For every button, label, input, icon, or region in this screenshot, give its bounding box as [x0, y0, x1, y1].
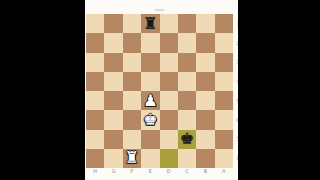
square-a4[interactable]: [215, 72, 233, 91]
square-b2[interactable]: [196, 33, 214, 52]
file-labels: HGFEDCBA: [86, 167, 233, 175]
square-h5[interactable]: [86, 91, 104, 110]
black-king: ♚: [180, 131, 194, 147]
square-d8[interactable]: [160, 149, 178, 168]
board-panel: ♜♟♚♚♜ HGFEDCBA 12345678: [85, 0, 238, 180]
square-f1[interactable]: [123, 14, 141, 33]
file-label-a: A: [215, 167, 233, 175]
file-label-g: G: [104, 167, 122, 175]
black-rook: ♜: [143, 16, 157, 32]
square-g7[interactable]: [104, 130, 122, 149]
square-h4[interactable]: [86, 72, 104, 91]
square-a8[interactable]: [215, 149, 233, 168]
square-e4[interactable]: [141, 72, 159, 91]
square-e5[interactable]: ♟: [141, 91, 159, 110]
square-f2[interactable]: [123, 33, 141, 52]
square-d5[interactable]: [160, 91, 178, 110]
square-d7[interactable]: [160, 130, 178, 149]
square-f3[interactable]: [123, 53, 141, 72]
square-b1[interactable]: [196, 14, 214, 33]
white-rook: ♜: [125, 150, 139, 166]
square-e6[interactable]: ♚: [141, 110, 159, 129]
square-g1[interactable]: [104, 14, 122, 33]
square-f6[interactable]: [123, 110, 141, 129]
square-b8[interactable]: [196, 149, 214, 168]
square-e3[interactable]: [141, 53, 159, 72]
square-c8[interactable]: [178, 149, 196, 168]
square-b6[interactable]: [196, 110, 214, 129]
square-e8[interactable]: [141, 149, 159, 168]
square-c1[interactable]: [178, 14, 196, 33]
square-c3[interactable]: [178, 53, 196, 72]
square-e7[interactable]: [141, 130, 159, 149]
square-f5[interactable]: [123, 91, 141, 110]
square-f7[interactable]: [123, 130, 141, 149]
square-d6[interactable]: [160, 110, 178, 129]
square-h2[interactable]: [86, 33, 104, 52]
square-d2[interactable]: [160, 33, 178, 52]
file-label-h: H: [86, 167, 104, 175]
square-b7[interactable]: [196, 130, 214, 149]
video-frame: ♜♟♚♚♜ HGFEDCBA 12345678: [0, 0, 320, 180]
square-c7[interactable]: ♚: [178, 130, 196, 149]
file-label-c: C: [178, 167, 196, 175]
file-label-d: D: [160, 167, 178, 175]
square-d4[interactable]: [160, 72, 178, 91]
square-g8[interactable]: [104, 149, 122, 168]
square-a2[interactable]: [215, 33, 233, 52]
faint-top-mark: [155, 9, 164, 11]
square-e1[interactable]: ♜: [141, 14, 159, 33]
square-a3[interactable]: [215, 53, 233, 72]
square-g3[interactable]: [104, 53, 122, 72]
square-a1[interactable]: [215, 14, 233, 33]
square-b5[interactable]: [196, 91, 214, 110]
square-b3[interactable]: [196, 53, 214, 72]
file-label-b: B: [196, 167, 214, 175]
square-g5[interactable]: [104, 91, 122, 110]
square-d1[interactable]: [160, 14, 178, 33]
white-pawn: ♟: [143, 93, 157, 109]
square-a7[interactable]: [215, 130, 233, 149]
square-f8[interactable]: ♜: [123, 149, 141, 168]
square-h3[interactable]: [86, 53, 104, 72]
square-c5[interactable]: [178, 91, 196, 110]
square-d3[interactable]: [160, 53, 178, 72]
square-h7[interactable]: [86, 130, 104, 149]
letterbox-left: [0, 0, 85, 180]
square-h8[interactable]: [86, 149, 104, 168]
square-c2[interactable]: [178, 33, 196, 52]
file-label-e: E: [141, 167, 159, 175]
square-f4[interactable]: [123, 72, 141, 91]
square-c4[interactable]: [178, 72, 196, 91]
letterbox-right: [238, 0, 320, 180]
square-a5[interactable]: [215, 91, 233, 110]
square-g2[interactable]: [104, 33, 122, 52]
file-label-f: F: [123, 167, 141, 175]
square-h6[interactable]: [86, 110, 104, 129]
square-h1[interactable]: [86, 14, 104, 33]
square-c6[interactable]: [178, 110, 196, 129]
square-e2[interactable]: [141, 33, 159, 52]
white-king: ♚: [143, 112, 157, 128]
square-g6[interactable]: [104, 110, 122, 129]
square-g4[interactable]: [104, 72, 122, 91]
chess-board: ♜♟♚♚♜: [86, 14, 233, 168]
square-a6[interactable]: [215, 110, 233, 129]
square-b4[interactable]: [196, 72, 214, 91]
